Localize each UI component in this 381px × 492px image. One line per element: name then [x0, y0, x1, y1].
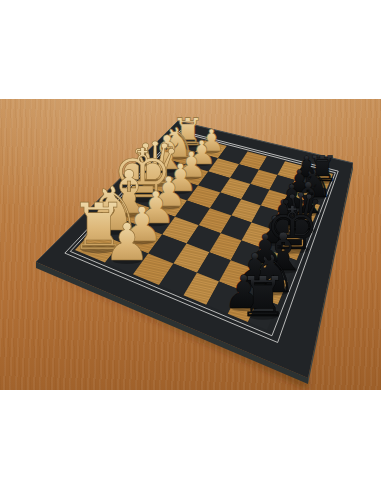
product-photo: ♜♟♞♟♝♟♟♜♛♟♟♞♚♟♟♝♝♟♟♞♛♟♟♜♚♟♟♝♟♞♟♜	[0, 99, 381, 390]
black-rook: ♜	[238, 265, 287, 329]
white-pawn: ♟	[104, 212, 150, 272]
page-background: { "game": "chess", "position": { "fen": …	[0, 0, 381, 492]
chess-board: ♜♟♞♟♝♟♟♜♛♟♟♞♚♟♟♝♝♟♟♞♛♟♟♜♚♟♟♝♟♞♟♜	[0, 99, 381, 390]
svg-text:♜: ♜	[238, 265, 287, 329]
svg-text:♟: ♟	[104, 212, 150, 272]
